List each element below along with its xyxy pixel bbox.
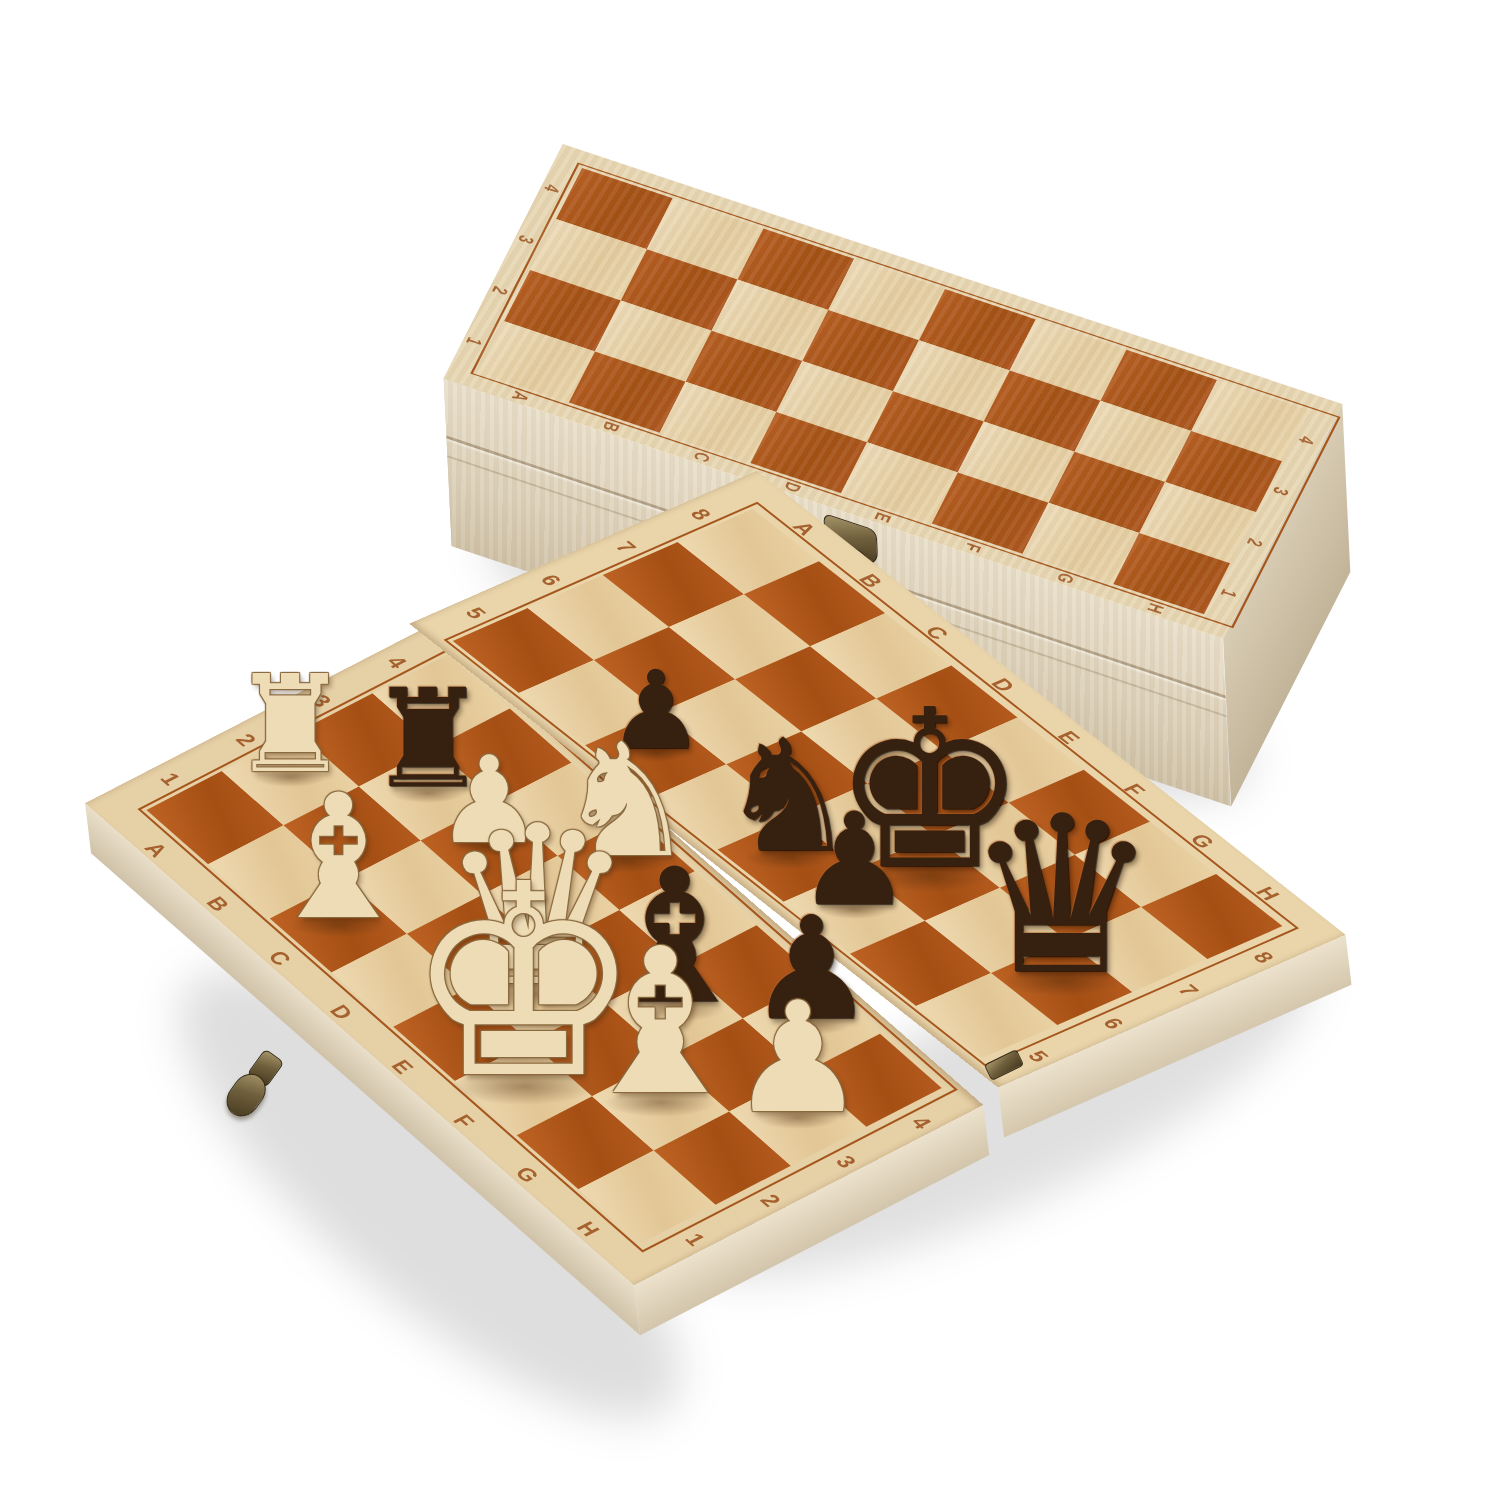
- file-label: H: [1250, 884, 1285, 904]
- rank-label: 1: [679, 1230, 711, 1250]
- file-label: G: [1184, 831, 1220, 852]
- rank-label: 5: [1022, 1048, 1054, 1066]
- scene: ABCDEFGH11223344 11223344ABCDEFGH 556677…: [0, 0, 1500, 1500]
- chess-piece-white-p[interactable]: ♟: [721, 981, 874, 1134]
- lid-label: 3: [1267, 484, 1293, 498]
- lid-label: 1: [461, 335, 487, 349]
- rank-label: 8: [684, 506, 716, 524]
- rank-label: 6: [534, 572, 566, 590]
- lid-label: 2: [487, 284, 513, 298]
- chess-piece-black-q[interactable]: ♛: [953, 787, 1170, 1004]
- file-label: B: [853, 571, 888, 591]
- file-label: E: [1051, 728, 1085, 747]
- rank-label: 4: [905, 1113, 937, 1133]
- file-label: A: [787, 519, 822, 539]
- rank-label: 1: [154, 769, 186, 789]
- rank-label: 6: [1097, 1015, 1129, 1033]
- rank-label: 3: [830, 1152, 862, 1172]
- rank-label: 8: [1247, 949, 1279, 967]
- rank-label: 2: [754, 1191, 786, 1211]
- lid-label: 2: [1241, 535, 1267, 549]
- lid-label: 4: [1293, 433, 1319, 447]
- rank-label: 7: [1172, 982, 1204, 1000]
- file-label: C: [919, 623, 954, 643]
- lid-label: 4: [539, 182, 565, 196]
- lid-label: 1: [1215, 586, 1241, 600]
- rank-label: 7: [609, 539, 641, 557]
- lid-label: 3: [513, 233, 539, 247]
- rank-label: 5: [459, 605, 491, 623]
